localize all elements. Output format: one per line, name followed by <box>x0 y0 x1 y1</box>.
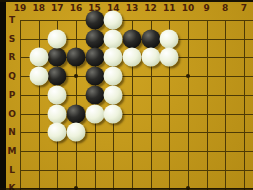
column-label: 9 <box>203 4 209 13</box>
row-label: N <box>8 128 16 137</box>
white-stone-O17[interactable] <box>48 104 67 123</box>
white-stone-Q18[interactable] <box>29 67 48 86</box>
column-label: 10 <box>182 4 195 13</box>
column-label: 13 <box>126 4 139 13</box>
window-top-edge <box>0 0 253 2</box>
column-label: 17 <box>51 4 64 13</box>
black-stone-Q17[interactable] <box>48 67 67 86</box>
white-stone-T14[interactable] <box>104 11 123 30</box>
black-stone-S15[interactable] <box>85 29 104 48</box>
black-stone-T15[interactable] <box>85 11 104 30</box>
grid-line-vertical <box>225 20 226 190</box>
white-stone-O15[interactable] <box>85 104 104 123</box>
white-stone-P14[interactable] <box>104 85 123 104</box>
column-label: 12 <box>144 4 157 13</box>
grid-line-vertical <box>188 20 189 190</box>
white-stone-R11[interactable] <box>160 48 179 67</box>
grid-line-horizontal <box>20 170 253 171</box>
white-stone-R13[interactable] <box>122 48 141 67</box>
grid-line-vertical <box>244 20 245 190</box>
column-label: 11 <box>163 4 176 13</box>
go-board[interactable]: 19181716151413121110987 TSRQPONMLK <box>0 0 253 190</box>
row-label: S <box>9 34 15 43</box>
grid-line-horizontal <box>20 151 253 152</box>
white-stone-Q14[interactable] <box>104 67 123 86</box>
column-label: 8 <box>222 4 228 13</box>
star-point <box>186 74 190 78</box>
black-stone-R17[interactable] <box>48 48 67 67</box>
white-stone-N17[interactable] <box>48 123 67 142</box>
star-point <box>74 74 78 78</box>
grid-line-vertical <box>20 20 21 190</box>
grid-line-vertical <box>207 20 208 190</box>
row-label: Q <box>8 72 16 81</box>
black-stone-S12[interactable] <box>141 29 160 48</box>
grid-line-vertical <box>39 20 40 190</box>
column-label: 7 <box>241 4 247 13</box>
white-stone-N16[interactable] <box>66 123 85 142</box>
row-label: P <box>9 90 16 99</box>
black-stone-P15[interactable] <box>85 85 104 104</box>
white-stone-R18[interactable] <box>29 48 48 67</box>
white-stone-O14[interactable] <box>104 104 123 123</box>
row-label: R <box>9 53 16 62</box>
window-bottom-edge <box>0 188 253 190</box>
row-label: O <box>8 109 16 118</box>
black-stone-Q15[interactable] <box>85 67 104 86</box>
white-stone-S11[interactable] <box>160 29 179 48</box>
white-stone-R12[interactable] <box>141 48 160 67</box>
row-label: T <box>9 16 15 25</box>
black-stone-S13[interactable] <box>122 29 141 48</box>
row-label: L <box>9 165 15 174</box>
white-stone-P17[interactable] <box>48 85 67 104</box>
black-stone-R15[interactable] <box>85 48 104 67</box>
black-stone-O16[interactable] <box>66 104 85 123</box>
grid-line-horizontal <box>20 20 253 21</box>
black-stone-R16[interactable] <box>66 48 85 67</box>
white-stone-R14[interactable] <box>104 48 123 67</box>
column-label: 16 <box>70 4 83 13</box>
white-stone-S17[interactable] <box>48 29 67 48</box>
white-stone-S14[interactable] <box>104 29 123 48</box>
column-label: 18 <box>32 4 45 13</box>
window-left-edge <box>0 0 6 190</box>
column-label: 19 <box>14 4 27 13</box>
row-label: M <box>8 146 17 155</box>
